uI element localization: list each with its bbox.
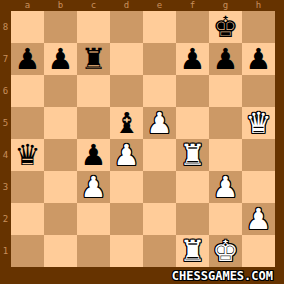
square-g8[interactable]: ♚ <box>209 11 242 43</box>
square-g5[interactable] <box>209 107 242 139</box>
square-a7[interactable]: ♟ <box>11 43 44 75</box>
piece-black-king-g8[interactable]: ♚ <box>213 11 239 43</box>
square-g1[interactable]: ♚ <box>209 235 242 267</box>
file-label-f: f <box>176 0 209 11</box>
square-d5[interactable]: ♝ <box>110 107 143 139</box>
square-d6[interactable] <box>110 75 143 107</box>
square-f8[interactable] <box>176 11 209 43</box>
square-e4[interactable] <box>143 139 176 171</box>
square-g7[interactable]: ♟ <box>209 43 242 75</box>
file-label-a: a <box>11 0 44 11</box>
square-b6[interactable] <box>44 75 77 107</box>
square-e2[interactable] <box>143 203 176 235</box>
square-e1[interactable] <box>143 235 176 267</box>
rank-label-6: 6 <box>0 75 11 107</box>
brand-watermark: CHESSGAMES.COM <box>172 269 273 283</box>
square-c7[interactable]: ♜ <box>77 43 110 75</box>
piece-black-pawn-b7[interactable]: ♟ <box>48 43 74 75</box>
piece-black-pawn-g7[interactable]: ♟ <box>213 43 239 75</box>
square-e3[interactable] <box>143 171 176 203</box>
square-g6[interactable] <box>209 75 242 107</box>
square-c2[interactable] <box>77 203 110 235</box>
square-c5[interactable] <box>77 107 110 139</box>
square-h6[interactable] <box>242 75 275 107</box>
square-f1[interactable]: ♜ <box>176 235 209 267</box>
rank-label-4: 4 <box>0 139 11 171</box>
piece-white-pawn-c3[interactable]: ♟ <box>81 171 107 203</box>
square-d1[interactable] <box>110 235 143 267</box>
file-label-c: c <box>77 0 110 11</box>
square-c4[interactable]: ♟ <box>77 139 110 171</box>
square-a3[interactable] <box>11 171 44 203</box>
square-g4[interactable] <box>209 139 242 171</box>
piece-black-pawn-h7[interactable]: ♟ <box>246 43 272 75</box>
square-b8[interactable] <box>44 11 77 43</box>
piece-black-bishop-d5[interactable]: ♝ <box>114 107 140 139</box>
square-c8[interactable] <box>77 11 110 43</box>
square-a6[interactable] <box>11 75 44 107</box>
square-c6[interactable] <box>77 75 110 107</box>
square-d4[interactable]: ♟ <box>110 139 143 171</box>
rank-label-2: 2 <box>0 203 11 235</box>
square-a5[interactable] <box>11 107 44 139</box>
file-label-d: d <box>110 0 143 11</box>
square-f6[interactable] <box>176 75 209 107</box>
file-label-g: g <box>209 0 242 11</box>
piece-white-pawn-d4[interactable]: ♟ <box>114 139 140 171</box>
piece-white-pawn-g3[interactable]: ♟ <box>213 171 239 203</box>
square-f2[interactable] <box>176 203 209 235</box>
square-h4[interactable] <box>242 139 275 171</box>
file-label-h: h <box>242 0 275 11</box>
square-f7[interactable]: ♟ <box>176 43 209 75</box>
square-d7[interactable] <box>110 43 143 75</box>
square-d3[interactable] <box>110 171 143 203</box>
square-e5[interactable]: ♟ <box>143 107 176 139</box>
square-h8[interactable] <box>242 11 275 43</box>
square-e7[interactable] <box>143 43 176 75</box>
piece-white-rook-f1[interactable]: ♜ <box>180 235 206 267</box>
rank-label-7: 7 <box>0 43 11 75</box>
square-e6[interactable] <box>143 75 176 107</box>
piece-white-rook-f4[interactable]: ♜ <box>180 139 206 171</box>
square-a1[interactable] <box>11 235 44 267</box>
rank-label-8: 8 <box>0 11 11 43</box>
square-a8[interactable] <box>11 11 44 43</box>
square-e8[interactable] <box>143 11 176 43</box>
piece-black-rook-c7[interactable]: ♜ <box>81 43 107 75</box>
piece-white-pawn-e5[interactable]: ♟ <box>147 107 173 139</box>
square-f5[interactable] <box>176 107 209 139</box>
square-b2[interactable] <box>44 203 77 235</box>
square-d8[interactable] <box>110 11 143 43</box>
file-label-e: e <box>143 0 176 11</box>
piece-black-pawn-c4[interactable]: ♟ <box>81 139 107 171</box>
piece-black-pawn-a7[interactable]: ♟ <box>15 43 41 75</box>
square-f3[interactable] <box>176 171 209 203</box>
square-h1[interactable] <box>242 235 275 267</box>
piece-white-king-g1[interactable]: ♚ <box>213 235 239 267</box>
square-h5[interactable]: ♛ <box>242 107 275 139</box>
square-b4[interactable] <box>44 139 77 171</box>
square-b1[interactable] <box>44 235 77 267</box>
square-d2[interactable] <box>110 203 143 235</box>
square-c1[interactable] <box>77 235 110 267</box>
piece-black-queen-a4[interactable]: ♛ <box>15 139 41 171</box>
square-g3[interactable]: ♟ <box>209 171 242 203</box>
square-h3[interactable] <box>242 171 275 203</box>
rank-label-3: 3 <box>0 171 11 203</box>
square-h7[interactable]: ♟ <box>242 43 275 75</box>
square-g2[interactable] <box>209 203 242 235</box>
square-b5[interactable] <box>44 107 77 139</box>
chess-diagram: abcdefgh 87654321 ♚♟♟♜♟♟♟♝♟♛♛♟♟♜♟♟♟♜♚ CH… <box>0 0 284 284</box>
square-h2[interactable]: ♟ <box>242 203 275 235</box>
piece-black-pawn-f7[interactable]: ♟ <box>180 43 206 75</box>
chess-board: ♚♟♟♜♟♟♟♝♟♛♛♟♟♜♟♟♟♜♚ <box>11 11 275 267</box>
piece-white-queen-h5[interactable]: ♛ <box>246 107 272 139</box>
rank-label-5: 5 <box>0 107 11 139</box>
square-c3[interactable]: ♟ <box>77 171 110 203</box>
rank-label-1: 1 <box>0 235 11 267</box>
file-label-b: b <box>44 0 77 11</box>
square-f4[interactable]: ♜ <box>176 139 209 171</box>
piece-white-pawn-h2[interactable]: ♟ <box>246 203 272 235</box>
square-b3[interactable] <box>44 171 77 203</box>
square-a4[interactable]: ♛ <box>11 139 44 171</box>
square-a2[interactable] <box>11 203 44 235</box>
square-b7[interactable]: ♟ <box>44 43 77 75</box>
